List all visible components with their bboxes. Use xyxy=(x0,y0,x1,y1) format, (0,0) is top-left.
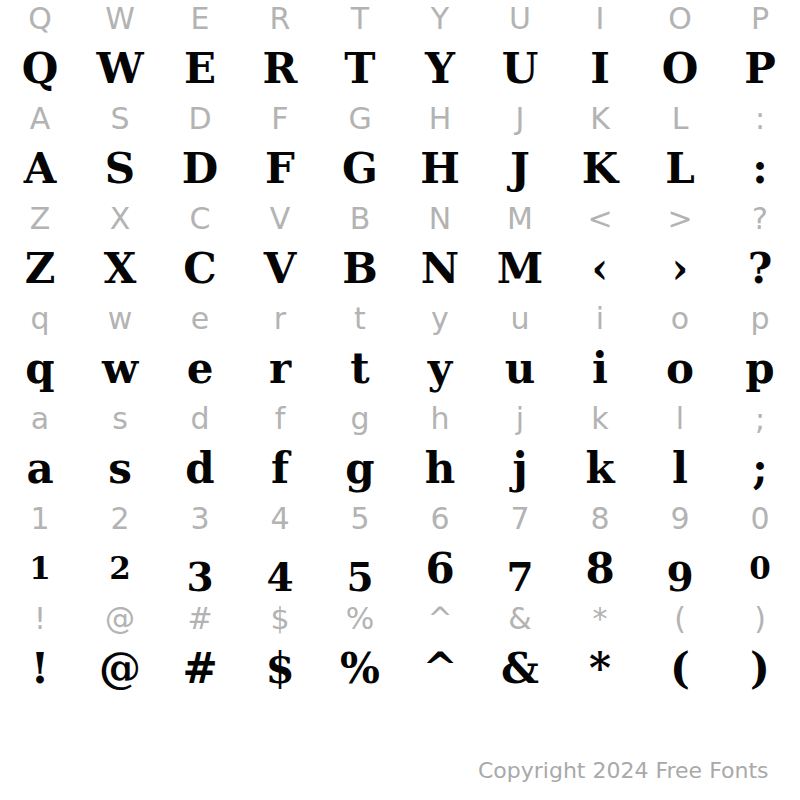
glyph-cell: ; xyxy=(720,436,800,500)
glyph-row-gray: 1234567890 xyxy=(0,500,800,536)
glyph-row-black: !@#$%^&*() xyxy=(0,636,800,700)
glyph-cell: L xyxy=(640,100,720,136)
glyph-cell: q xyxy=(0,300,80,336)
glyph-cell: ) xyxy=(720,600,800,636)
glyph-cell: Q xyxy=(0,36,80,100)
glyph-cell: V xyxy=(240,200,320,236)
glyph-cell: ( xyxy=(640,636,720,700)
glyph-cell: d xyxy=(160,400,240,436)
glyph-cell: 5 xyxy=(320,545,400,609)
glyph-cell: 1 xyxy=(0,536,80,600)
font-specimen-grid: QWERTYUIOPQWERTYUIOPASDFGHJKL:ASDFGHJKL:… xyxy=(0,0,800,700)
glyph-cell: r xyxy=(240,300,320,336)
glyph-cell: 2 xyxy=(80,536,160,600)
glyph-cell: i xyxy=(560,300,640,336)
glyph-cell: 9 xyxy=(640,545,720,609)
glyph-cell: P xyxy=(720,0,800,36)
glyph-cell: B xyxy=(320,200,400,236)
glyph-row-black: 1234567890 xyxy=(0,536,800,600)
glyph-cell: B xyxy=(320,236,400,300)
glyph-cell: @ xyxy=(80,600,160,636)
glyph-cell: F xyxy=(240,136,320,200)
glyph-cell: N xyxy=(400,236,480,300)
glyph-cell: $ xyxy=(240,636,320,700)
glyph-cell: M xyxy=(480,236,560,300)
glyph-cell: 8 xyxy=(560,536,640,600)
glyph-cell: R xyxy=(240,36,320,100)
glyph-cell: p xyxy=(720,300,800,336)
glyph-cell: R xyxy=(240,0,320,36)
glyph-cell: H xyxy=(400,100,480,136)
glyph-cell: C xyxy=(160,200,240,236)
glyph-cell: 5 xyxy=(320,500,400,536)
glyph-cell: y xyxy=(400,300,480,336)
glyph-cell: K xyxy=(560,136,640,200)
glyph-cell: S xyxy=(80,136,160,200)
glyph-row-gray: qwertyuiop xyxy=(0,300,800,336)
glyph-cell: 4 xyxy=(240,500,320,536)
glyph-cell: k xyxy=(560,400,640,436)
glyph-cell: % xyxy=(320,636,400,700)
glyph-cell: 8 xyxy=(560,500,640,536)
glyph-cell: M xyxy=(480,200,560,236)
glyph-cell: e xyxy=(160,300,240,336)
glyph-cell: j xyxy=(480,436,560,500)
glyph-cell: g xyxy=(320,436,400,500)
glyph-cell: l xyxy=(640,436,720,500)
glyph-cell: U xyxy=(480,36,560,100)
glyph-cell: F xyxy=(240,100,320,136)
glyph-cell: E xyxy=(160,0,240,36)
glyph-cell: g xyxy=(320,400,400,436)
glyph-cell: o xyxy=(640,336,720,400)
glyph-row-black: qwertyuiop xyxy=(0,336,800,400)
glyph-cell: L xyxy=(640,136,720,200)
glyph-cell: P xyxy=(720,36,800,100)
glyph-cell: 7 xyxy=(480,545,560,609)
glyph-cell: › xyxy=(640,236,720,300)
glyph-cell: D xyxy=(160,136,240,200)
glyph-cell: r xyxy=(240,336,320,400)
glyph-cell: w xyxy=(80,300,160,336)
glyph-cell: H xyxy=(400,136,480,200)
glyph-cell: 3 xyxy=(160,500,240,536)
glyph-cell: ^ xyxy=(400,636,480,700)
glyph-cell: K xyxy=(560,100,640,136)
glyph-cell: k xyxy=(560,436,640,500)
glyph-cell: 9 xyxy=(640,500,720,536)
glyph-cell: Z xyxy=(0,236,80,300)
glyph-row-black: asdfghjkl; xyxy=(0,436,800,500)
glyph-cell: a xyxy=(0,400,80,436)
glyph-cell: f xyxy=(240,400,320,436)
glyph-cell: ? xyxy=(720,200,800,236)
glyph-cell: Y xyxy=(400,36,480,100)
glyph-row-gray: QWERTYUIOP xyxy=(0,0,800,36)
glyph-cell: & xyxy=(480,636,560,700)
glyph-cell: f xyxy=(240,436,320,500)
glyph-row-gray: ASDFGHJKL: xyxy=(0,100,800,136)
glyph-cell: ? xyxy=(720,236,800,300)
glyph-cell: V xyxy=(240,236,320,300)
glyph-row-gray: asdfghjkl; xyxy=(0,400,800,436)
glyph-cell: o xyxy=(640,300,720,336)
glyph-cell: 0 xyxy=(720,500,800,536)
glyph-cell: > xyxy=(640,200,720,236)
glyph-cell: T xyxy=(320,36,400,100)
glyph-cell: t xyxy=(320,300,400,336)
glyph-cell: G xyxy=(320,136,400,200)
glyph-cell: 1 xyxy=(0,500,80,536)
glyph-cell: W xyxy=(80,36,160,100)
glyph-cell: h xyxy=(400,400,480,436)
glyph-cell: u xyxy=(480,300,560,336)
glyph-cell: < xyxy=(560,200,640,236)
glyph-cell: s xyxy=(80,436,160,500)
glyph-cell: a xyxy=(0,436,80,500)
glyph-cell: p xyxy=(720,336,800,400)
glyph-cell: 3 xyxy=(160,545,240,609)
glyph-row-black: ASDFGHJKL: xyxy=(0,136,800,200)
glyph-cell: t xyxy=(320,336,400,400)
glyph-cell: ; xyxy=(720,400,800,436)
glyph-cell: Q xyxy=(0,0,80,36)
glyph-cell: u xyxy=(480,336,560,400)
glyph-cell: X xyxy=(80,200,160,236)
glyph-cell: ) xyxy=(720,636,800,700)
glyph-cell: 7 xyxy=(480,500,560,536)
glyph-cell: X xyxy=(80,236,160,300)
glyph-row-black: ZXCVBNM‹›? xyxy=(0,236,800,300)
glyph-cell: w xyxy=(80,336,160,400)
glyph-cell: A xyxy=(0,100,80,136)
glyph-cell: W xyxy=(80,0,160,36)
glyph-cell: C xyxy=(160,236,240,300)
glyph-cell: A xyxy=(0,136,80,200)
glyph-cell: 6 xyxy=(400,500,480,536)
glyph-cell: ! xyxy=(0,636,80,700)
glyph-cell: J xyxy=(480,136,560,200)
glyph-cell: N xyxy=(400,200,480,236)
glyph-cell: U xyxy=(480,0,560,36)
glyph-cell: : xyxy=(720,136,800,200)
glyph-cell: * xyxy=(560,600,640,636)
glyph-cell: E xyxy=(160,36,240,100)
glyph-cell: T xyxy=(320,0,400,36)
glyph-row-gray: ZXCVBNM<>? xyxy=(0,200,800,236)
glyph-cell: O xyxy=(640,36,720,100)
glyph-cell: ! xyxy=(0,600,80,636)
glyph-cell: # xyxy=(160,636,240,700)
glyph-cell: e xyxy=(160,336,240,400)
glyph-cell: G xyxy=(320,100,400,136)
glyph-cell: 2 xyxy=(80,500,160,536)
glyph-cell: l xyxy=(640,400,720,436)
glyph-cell: S xyxy=(80,100,160,136)
glyph-cell: 6 xyxy=(400,536,480,600)
glyph-cell: I xyxy=(560,36,640,100)
glyph-cell: * xyxy=(560,636,640,700)
glyph-cell: ^ xyxy=(400,600,480,636)
glyph-cell: s xyxy=(80,400,160,436)
glyph-cell: 4 xyxy=(240,545,320,609)
glyph-cell: ‹ xyxy=(560,236,640,300)
glyph-cell: d xyxy=(160,436,240,500)
glyph-cell: : xyxy=(720,100,800,136)
glyph-cell: q xyxy=(0,336,80,400)
glyph-cell: I xyxy=(560,0,640,36)
copyright-text: Copyright 2024 Free Fonts xyxy=(478,758,800,783)
glyph-cell: Z xyxy=(0,200,80,236)
glyph-cell: O xyxy=(640,0,720,36)
glyph-cell: 0 xyxy=(720,536,800,600)
glyph-cell: @ xyxy=(80,636,160,700)
glyph-cell: D xyxy=(160,100,240,136)
glyph-cell: J xyxy=(480,100,560,136)
glyph-cell: Y xyxy=(400,0,480,36)
glyph-row-black: QWERTYUIOP xyxy=(0,36,800,100)
glyph-cell: y xyxy=(400,336,480,400)
glyph-cell: j xyxy=(480,400,560,436)
glyph-cell: h xyxy=(400,436,480,500)
glyph-cell: i xyxy=(560,336,640,400)
